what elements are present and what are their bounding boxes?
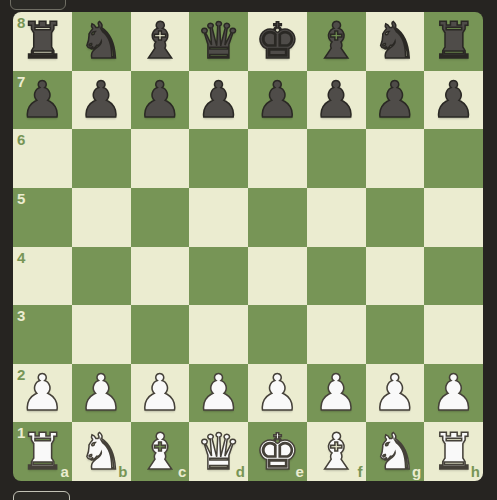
square-h7[interactable]: ♟ <box>424 71 483 130</box>
piece-black-knight[interactable]: ♞ <box>79 12 124 70</box>
app-background: 8♜♞♝♛♚♝♞♜7♟♟♟♟♟♟♟♟65432♟♟♟♟♟♟♟♟1a♜b♞c♝d♛… <box>0 0 497 500</box>
square-a8[interactable]: 8♜ <box>13 12 72 71</box>
square-e3[interactable] <box>248 305 307 364</box>
square-h3[interactable] <box>424 305 483 364</box>
square-a2[interactable]: 2♟ <box>13 364 72 423</box>
square-b5[interactable] <box>72 188 131 247</box>
chess-board: 8♜♞♝♛♚♝♞♜7♟♟♟♟♟♟♟♟65432♟♟♟♟♟♟♟♟1a♜b♞c♝d♛… <box>13 12 483 481</box>
square-c3[interactable] <box>131 305 190 364</box>
piece-black-pawn[interactable]: ♟ <box>137 71 182 129</box>
piece-white-knight[interactable]: ♞ <box>79 423 124 481</box>
square-c2[interactable]: ♟ <box>131 364 190 423</box>
piece-white-pawn[interactable]: ♟ <box>196 364 241 422</box>
square-e4[interactable] <box>248 247 307 306</box>
square-d4[interactable] <box>189 247 248 306</box>
square-c7[interactable]: ♟ <box>131 71 190 130</box>
piece-white-king[interactable]: ♚ <box>255 423 300 481</box>
piece-white-pawn[interactable]: ♟ <box>79 364 124 422</box>
square-g1[interactable]: g♞ <box>366 422 425 481</box>
square-c1[interactable]: c♝ <box>131 422 190 481</box>
piece-white-rook[interactable]: ♜ <box>20 423 65 481</box>
square-e8[interactable]: ♚ <box>248 12 307 71</box>
piece-black-bishop[interactable]: ♝ <box>314 12 359 70</box>
square-b1[interactable]: b♞ <box>72 422 131 481</box>
square-a3[interactable]: 3 <box>13 305 72 364</box>
square-a7[interactable]: 7♟ <box>13 71 72 130</box>
square-a5[interactable]: 5 <box>13 188 72 247</box>
rank-label-3: 3 <box>17 308 25 323</box>
square-b6[interactable] <box>72 129 131 188</box>
file-label-e: e <box>295 464 303 479</box>
file-label-c: c <box>178 464 186 479</box>
square-e7[interactable]: ♟ <box>248 71 307 130</box>
piece-black-queen[interactable]: ♛ <box>196 12 241 70</box>
file-label-f: f <box>358 464 363 479</box>
square-d8[interactable]: ♛ <box>189 12 248 71</box>
square-h1[interactable]: h♜ <box>424 422 483 481</box>
piece-black-pawn[interactable]: ♟ <box>79 71 124 129</box>
square-e1[interactable]: e♚ <box>248 422 307 481</box>
piece-white-pawn[interactable]: ♟ <box>137 364 182 422</box>
square-b3[interactable] <box>72 305 131 364</box>
rank-label-4: 4 <box>17 250 25 265</box>
square-e5[interactable] <box>248 188 307 247</box>
square-b7[interactable]: ♟ <box>72 71 131 130</box>
piece-black-pawn[interactable]: ♟ <box>314 71 359 129</box>
piece-white-pawn[interactable]: ♟ <box>314 364 359 422</box>
square-c5[interactable] <box>131 188 190 247</box>
square-a6[interactable]: 6 <box>13 129 72 188</box>
piece-black-pawn[interactable]: ♟ <box>255 71 300 129</box>
square-d2[interactable]: ♟ <box>189 364 248 423</box>
piece-black-pawn[interactable]: ♟ <box>20 71 65 129</box>
piece-white-pawn[interactable]: ♟ <box>431 364 476 422</box>
piece-black-rook[interactable]: ♜ <box>431 12 476 70</box>
square-f2[interactable]: ♟ <box>307 364 366 423</box>
piece-black-king[interactable]: ♚ <box>255 12 300 70</box>
square-g5[interactable] <box>366 188 425 247</box>
rank-label-1: 1 <box>17 425 25 440</box>
square-f6[interactable] <box>307 129 366 188</box>
piece-white-knight[interactable]: ♞ <box>372 423 417 481</box>
square-b4[interactable] <box>72 247 131 306</box>
piece-black-bishop[interactable]: ♝ <box>137 12 182 70</box>
square-d5[interactable] <box>189 188 248 247</box>
square-a4[interactable]: 4 <box>13 247 72 306</box>
piece-black-rook[interactable]: ♜ <box>20 12 65 70</box>
file-label-a: a <box>60 464 68 479</box>
file-label-d: d <box>236 464 245 479</box>
rank-label-6: 6 <box>17 132 25 147</box>
piece-white-bishop[interactable]: ♝ <box>314 423 359 481</box>
square-d6[interactable] <box>189 129 248 188</box>
square-h6[interactable] <box>424 129 483 188</box>
square-e2[interactable]: ♟ <box>248 364 307 423</box>
piece-white-rook[interactable]: ♜ <box>431 423 476 481</box>
piece-black-knight[interactable]: ♞ <box>372 12 417 70</box>
piece-white-pawn[interactable]: ♟ <box>255 364 300 422</box>
square-b2[interactable]: ♟ <box>72 364 131 423</box>
square-f7[interactable]: ♟ <box>307 71 366 130</box>
square-h2[interactable]: ♟ <box>424 364 483 423</box>
square-d1[interactable]: d♛ <box>189 422 248 481</box>
square-f5[interactable] <box>307 188 366 247</box>
file-label-g: g <box>412 464 421 479</box>
square-c6[interactable] <box>131 129 190 188</box>
bottom-edge-widget[interactable] <box>13 491 70 500</box>
square-f1[interactable]: f♝ <box>307 422 366 481</box>
piece-white-queen[interactable]: ♛ <box>196 423 241 481</box>
piece-black-pawn[interactable]: ♟ <box>431 71 476 129</box>
square-b8[interactable]: ♞ <box>72 12 131 71</box>
square-h8[interactable]: ♜ <box>424 12 483 71</box>
rank-label-5: 5 <box>17 191 25 206</box>
square-d3[interactable] <box>189 305 248 364</box>
square-c8[interactable]: ♝ <box>131 12 190 71</box>
square-a1[interactable]: 1a♜ <box>13 422 72 481</box>
square-g3[interactable] <box>366 305 425 364</box>
square-g8[interactable]: ♞ <box>366 12 425 71</box>
square-h5[interactable] <box>424 188 483 247</box>
piece-white-pawn[interactable]: ♟ <box>20 364 65 422</box>
square-h4[interactable] <box>424 247 483 306</box>
square-f3[interactable] <box>307 305 366 364</box>
square-e6[interactable] <box>248 129 307 188</box>
square-g2[interactable]: ♟ <box>366 364 425 423</box>
piece-white-pawn[interactable]: ♟ <box>372 364 417 422</box>
square-g6[interactable] <box>366 129 425 188</box>
square-c4[interactable] <box>131 247 190 306</box>
square-g4[interactable] <box>366 247 425 306</box>
square-f8[interactable]: ♝ <box>307 12 366 71</box>
piece-black-pawn[interactable]: ♟ <box>196 71 241 129</box>
square-g7[interactable]: ♟ <box>366 71 425 130</box>
square-f4[interactable] <box>307 247 366 306</box>
file-label-h: h <box>471 464 480 479</box>
top-edge-widget[interactable] <box>10 0 66 10</box>
piece-white-bishop[interactable]: ♝ <box>137 423 182 481</box>
rank-label-7: 7 <box>17 74 25 89</box>
rank-label-8: 8 <box>17 15 25 30</box>
rank-label-2: 2 <box>17 367 25 382</box>
piece-black-pawn[interactable]: ♟ <box>372 71 417 129</box>
square-d7[interactable]: ♟ <box>189 71 248 130</box>
file-label-b: b <box>118 464 127 479</box>
